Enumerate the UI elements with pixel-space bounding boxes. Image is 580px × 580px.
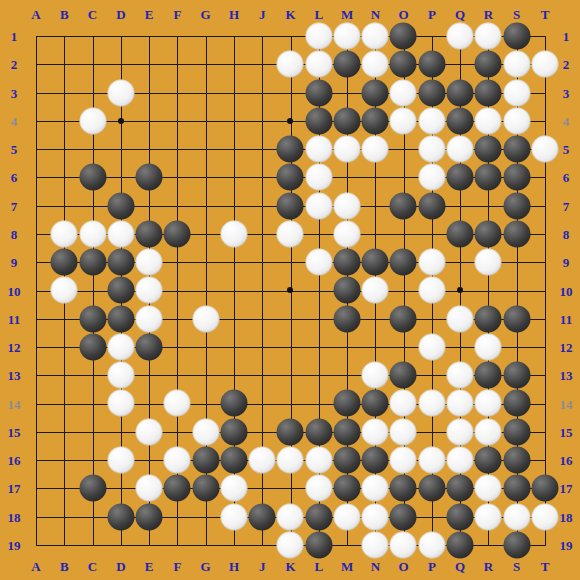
intersection-E19[interactable] — [135, 531, 163, 559]
intersection-F11[interactable] — [163, 305, 191, 333]
intersection-E14[interactable] — [135, 389, 163, 417]
white-stone[interactable]: ○ — [362, 51, 389, 78]
black-stone[interactable]: ● — [503, 531, 530, 558]
intersection-J17[interactable] — [248, 474, 276, 502]
intersection-R14[interactable]: ○ — [474, 389, 502, 417]
intersection-N8[interactable] — [361, 220, 389, 248]
white-stone[interactable]: ○ — [390, 107, 417, 134]
intersection-N12[interactable] — [361, 333, 389, 361]
intersection-T9[interactable] — [531, 248, 559, 276]
white-stone[interactable]: ○ — [362, 475, 389, 502]
intersection-Q12[interactable] — [446, 333, 474, 361]
black-stone[interactable]: ● — [390, 305, 417, 332]
intersection-O14[interactable]: ○ — [389, 389, 417, 417]
intersection-M10[interactable]: ● — [333, 276, 361, 304]
intersection-B15[interactable] — [50, 418, 78, 446]
intersection-G13[interactable] — [191, 361, 219, 389]
intersection-O19[interactable]: ○ — [389, 531, 417, 559]
intersection-O7[interactable]: ● — [389, 191, 417, 219]
intersection-Q16[interactable]: ○ — [446, 446, 474, 474]
intersection-C16[interactable] — [78, 446, 106, 474]
intersection-F15[interactable] — [163, 418, 191, 446]
black-stone[interactable]: ● — [164, 475, 191, 502]
intersection-H12[interactable] — [220, 333, 248, 361]
white-stone[interactable]: ○ — [446, 390, 473, 417]
black-stone[interactable]: ● — [390, 475, 417, 502]
white-stone[interactable]: ○ — [362, 362, 389, 389]
black-stone[interactable]: ● — [503, 390, 530, 417]
intersection-D12[interactable]: ○ — [107, 333, 135, 361]
intersection-H10[interactable] — [220, 276, 248, 304]
white-stone[interactable]: ○ — [418, 531, 445, 558]
intersection-F9[interactable] — [163, 248, 191, 276]
intersection-S3[interactable]: ○ — [502, 78, 530, 106]
intersection-P8[interactable] — [418, 220, 446, 248]
intersection-R10[interactable] — [474, 276, 502, 304]
intersection-P11[interactable] — [418, 305, 446, 333]
intersection-J18[interactable]: ● — [248, 502, 276, 530]
black-stone[interactable]: ● — [79, 475, 106, 502]
intersection-Q9[interactable] — [446, 248, 474, 276]
intersection-H14[interactable]: ● — [220, 389, 248, 417]
intersection-R8[interactable]: ● — [474, 220, 502, 248]
intersection-R13[interactable]: ● — [474, 361, 502, 389]
intersection-B12[interactable] — [50, 333, 78, 361]
intersection-P2[interactable]: ● — [418, 50, 446, 78]
intersection-E11[interactable]: ○ — [135, 305, 163, 333]
intersection-P1[interactable] — [418, 22, 446, 50]
intersection-T15[interactable] — [531, 418, 559, 446]
intersection-L8[interactable] — [305, 220, 333, 248]
intersection-H7[interactable] — [220, 191, 248, 219]
black-stone[interactable]: ● — [446, 220, 473, 247]
intersection-P3[interactable]: ● — [418, 78, 446, 106]
intersection-P7[interactable]: ● — [418, 191, 446, 219]
black-stone[interactable]: ● — [107, 277, 134, 304]
white-stone[interactable]: ○ — [277, 220, 304, 247]
white-stone[interactable]: ○ — [531, 503, 558, 530]
white-stone[interactable]: ○ — [277, 503, 304, 530]
intersection-S19[interactable]: ● — [502, 531, 530, 559]
intersection-T13[interactable] — [531, 361, 559, 389]
intersection-P9[interactable]: ○ — [418, 248, 446, 276]
black-stone[interactable]: ● — [503, 164, 530, 191]
intersection-P15[interactable] — [418, 418, 446, 446]
white-stone[interactable]: ○ — [362, 277, 389, 304]
white-stone[interactable]: ○ — [51, 277, 78, 304]
intersection-K19[interactable]: ○ — [276, 531, 304, 559]
intersection-C9[interactable]: ● — [78, 248, 106, 276]
intersection-N1[interactable]: ○ — [361, 22, 389, 50]
black-stone[interactable]: ● — [220, 390, 247, 417]
intersection-B5[interactable] — [50, 135, 78, 163]
black-stone[interactable]: ● — [475, 164, 502, 191]
intersection-N10[interactable]: ○ — [361, 276, 389, 304]
intersection-K1[interactable] — [276, 22, 304, 50]
white-stone[interactable]: ○ — [220, 220, 247, 247]
intersection-N9[interactable]: ● — [361, 248, 389, 276]
black-stone[interactable]: ● — [107, 503, 134, 530]
intersection-L16[interactable]: ○ — [305, 446, 333, 474]
black-stone[interactable]: ● — [277, 192, 304, 219]
intersection-L2[interactable]: ○ — [305, 50, 333, 78]
intersection-A3[interactable] — [22, 78, 50, 106]
black-stone[interactable]: ● — [446, 164, 473, 191]
intersection-D17[interactable] — [107, 474, 135, 502]
intersection-T4[interactable] — [531, 107, 559, 135]
intersection-N15[interactable]: ○ — [361, 418, 389, 446]
intersection-D19[interactable] — [107, 531, 135, 559]
intersection-K5[interactable]: ● — [276, 135, 304, 163]
white-stone[interactable]: ○ — [475, 390, 502, 417]
white-stone[interactable]: ○ — [305, 164, 332, 191]
intersection-O18[interactable]: ● — [389, 502, 417, 530]
intersection-L12[interactable] — [305, 333, 333, 361]
intersection-F3[interactable] — [163, 78, 191, 106]
intersection-S1[interactable]: ● — [502, 22, 530, 50]
white-stone[interactable]: ○ — [390, 79, 417, 106]
intersection-E2[interactable] — [135, 50, 163, 78]
black-stone[interactable]: ● — [333, 107, 360, 134]
intersection-F16[interactable]: ○ — [163, 446, 191, 474]
black-stone[interactable]: ● — [79, 305, 106, 332]
intersection-R19[interactable] — [474, 531, 502, 559]
white-stone[interactable]: ○ — [136, 277, 163, 304]
white-stone[interactable]: ○ — [446, 22, 473, 49]
intersection-M1[interactable]: ○ — [333, 22, 361, 50]
intersection-A12[interactable] — [22, 333, 50, 361]
intersection-B8[interactable]: ○ — [50, 220, 78, 248]
intersection-K3[interactable] — [276, 78, 304, 106]
white-stone[interactable]: ○ — [418, 136, 445, 163]
intersection-A11[interactable] — [22, 305, 50, 333]
black-stone[interactable]: ● — [107, 305, 134, 332]
intersection-D3[interactable]: ○ — [107, 78, 135, 106]
intersection-G2[interactable] — [191, 50, 219, 78]
intersection-P12[interactable]: ○ — [418, 333, 446, 361]
intersection-S12[interactable] — [502, 333, 530, 361]
black-stone[interactable]: ● — [418, 51, 445, 78]
intersection-S10[interactable] — [502, 276, 530, 304]
intersection-R7[interactable] — [474, 191, 502, 219]
black-stone[interactable]: ● — [107, 192, 134, 219]
intersection-J15[interactable] — [248, 418, 276, 446]
intersection-F19[interactable] — [163, 531, 191, 559]
intersection-H3[interactable] — [220, 78, 248, 106]
intersection-G1[interactable] — [191, 22, 219, 50]
intersection-M3[interactable] — [333, 78, 361, 106]
intersection-R18[interactable]: ○ — [474, 502, 502, 530]
intersection-D15[interactable] — [107, 418, 135, 446]
white-stone[interactable]: ○ — [107, 446, 134, 473]
intersection-P17[interactable]: ● — [418, 474, 446, 502]
white-stone[interactable]: ○ — [107, 390, 134, 417]
intersection-H17[interactable]: ○ — [220, 474, 248, 502]
intersection-J8[interactable] — [248, 220, 276, 248]
black-stone[interactable]: ● — [390, 192, 417, 219]
white-stone[interactable]: ○ — [107, 333, 134, 360]
intersection-L17[interactable]: ○ — [305, 474, 333, 502]
intersection-G12[interactable] — [191, 333, 219, 361]
black-stone[interactable]: ● — [79, 164, 106, 191]
intersection-J2[interactable] — [248, 50, 276, 78]
black-stone[interactable]: ● — [136, 220, 163, 247]
white-stone[interactable]: ○ — [418, 164, 445, 191]
intersection-J19[interactable] — [248, 531, 276, 559]
intersection-H9[interactable] — [220, 248, 248, 276]
intersection-Q18[interactable]: ● — [446, 502, 474, 530]
intersection-K18[interactable]: ○ — [276, 502, 304, 530]
intersection-K16[interactable]: ○ — [276, 446, 304, 474]
intersection-N14[interactable]: ● — [361, 389, 389, 417]
black-stone[interactable]: ● — [136, 333, 163, 360]
black-stone[interactable]: ● — [305, 418, 332, 445]
intersection-O1[interactable]: ● — [389, 22, 417, 50]
intersection-L14[interactable] — [305, 389, 333, 417]
intersection-S7[interactable]: ● — [502, 191, 530, 219]
intersection-N5[interactable]: ○ — [361, 135, 389, 163]
black-stone[interactable]: ● — [446, 475, 473, 502]
white-stone[interactable]: ○ — [475, 503, 502, 530]
intersection-O11[interactable]: ● — [389, 305, 417, 333]
intersection-R15[interactable]: ○ — [474, 418, 502, 446]
intersection-M16[interactable]: ● — [333, 446, 361, 474]
intersection-L5[interactable]: ○ — [305, 135, 333, 163]
intersection-E6[interactable]: ● — [135, 163, 163, 191]
black-stone[interactable]: ● — [418, 79, 445, 106]
intersection-S18[interactable]: ○ — [502, 502, 530, 530]
white-stone[interactable]: ○ — [136, 249, 163, 276]
intersection-T8[interactable] — [531, 220, 559, 248]
intersection-B3[interactable] — [50, 78, 78, 106]
intersection-K15[interactable]: ● — [276, 418, 304, 446]
white-stone[interactable]: ○ — [79, 107, 106, 134]
intersection-Q15[interactable]: ○ — [446, 418, 474, 446]
white-stone[interactable]: ○ — [362, 418, 389, 445]
intersection-P5[interactable]: ○ — [418, 135, 446, 163]
intersection-E4[interactable] — [135, 107, 163, 135]
intersection-D10[interactable]: ● — [107, 276, 135, 304]
black-stone[interactable]: ● — [475, 51, 502, 78]
black-stone[interactable]: ● — [220, 418, 247, 445]
intersection-L11[interactable] — [305, 305, 333, 333]
black-stone[interactable]: ● — [107, 249, 134, 276]
white-stone[interactable]: ○ — [475, 249, 502, 276]
intersection-G3[interactable] — [191, 78, 219, 106]
intersection-D1[interactable] — [107, 22, 135, 50]
black-stone[interactable]: ● — [136, 503, 163, 530]
intersection-G19[interactable] — [191, 531, 219, 559]
intersection-A2[interactable] — [22, 50, 50, 78]
intersection-G8[interactable] — [191, 220, 219, 248]
intersection-L10[interactable] — [305, 276, 333, 304]
intersection-H4[interactable] — [220, 107, 248, 135]
intersection-C14[interactable] — [78, 389, 106, 417]
intersection-Q2[interactable] — [446, 50, 474, 78]
white-stone[interactable]: ○ — [362, 136, 389, 163]
intersection-P19[interactable]: ○ — [418, 531, 446, 559]
intersection-T3[interactable] — [531, 78, 559, 106]
intersection-E16[interactable] — [135, 446, 163, 474]
intersection-T11[interactable] — [531, 305, 559, 333]
intersection-N13[interactable]: ○ — [361, 361, 389, 389]
black-stone[interactable]: ● — [475, 362, 502, 389]
white-stone[interactable]: ○ — [418, 446, 445, 473]
intersection-F7[interactable] — [163, 191, 191, 219]
intersection-H15[interactable]: ● — [220, 418, 248, 446]
white-stone[interactable]: ○ — [305, 136, 332, 163]
white-stone[interactable]: ○ — [333, 22, 360, 49]
black-stone[interactable]: ● — [446, 531, 473, 558]
intersection-L3[interactable]: ● — [305, 78, 333, 106]
intersection-B16[interactable] — [50, 446, 78, 474]
intersection-R12[interactable]: ○ — [474, 333, 502, 361]
white-stone[interactable]: ○ — [305, 446, 332, 473]
intersection-S17[interactable]: ● — [502, 474, 530, 502]
black-stone[interactable]: ● — [277, 418, 304, 445]
intersection-T1[interactable] — [531, 22, 559, 50]
intersection-J9[interactable] — [248, 248, 276, 276]
intersection-M5[interactable]: ○ — [333, 135, 361, 163]
intersection-P14[interactable]: ○ — [418, 389, 446, 417]
intersection-S13[interactable]: ● — [502, 361, 530, 389]
white-stone[interactable]: ○ — [277, 446, 304, 473]
white-stone[interactable]: ○ — [220, 475, 247, 502]
white-stone[interactable]: ○ — [475, 333, 502, 360]
intersection-B11[interactable] — [50, 305, 78, 333]
intersection-J11[interactable] — [248, 305, 276, 333]
intersection-M4[interactable]: ● — [333, 107, 361, 135]
intersection-C13[interactable] — [78, 361, 106, 389]
black-stone[interactable]: ● — [164, 220, 191, 247]
black-stone[interactable]: ● — [277, 164, 304, 191]
intersection-C3[interactable] — [78, 78, 106, 106]
intersection-S15[interactable]: ● — [502, 418, 530, 446]
intersection-J3[interactable] — [248, 78, 276, 106]
black-stone[interactable]: ● — [362, 390, 389, 417]
intersection-G6[interactable] — [191, 163, 219, 191]
white-stone[interactable]: ○ — [390, 418, 417, 445]
intersection-G18[interactable] — [191, 502, 219, 530]
white-stone[interactable]: ○ — [446, 305, 473, 332]
intersection-H13[interactable] — [220, 361, 248, 389]
white-stone[interactable]: ○ — [475, 418, 502, 445]
intersection-O4[interactable]: ○ — [389, 107, 417, 135]
intersection-F6[interactable] — [163, 163, 191, 191]
intersection-S2[interactable]: ○ — [502, 50, 530, 78]
black-stone[interactable]: ● — [446, 79, 473, 106]
intersection-D6[interactable] — [107, 163, 135, 191]
intersection-E13[interactable] — [135, 361, 163, 389]
intersection-A16[interactable] — [22, 446, 50, 474]
black-stone[interactable]: ● — [390, 503, 417, 530]
white-stone[interactable]: ○ — [418, 277, 445, 304]
intersection-A1[interactable] — [22, 22, 50, 50]
intersection-A18[interactable] — [22, 502, 50, 530]
black-stone[interactable]: ● — [305, 503, 332, 530]
intersection-R16[interactable]: ● — [474, 446, 502, 474]
black-stone[interactable]: ● — [390, 22, 417, 49]
intersection-P16[interactable]: ○ — [418, 446, 446, 474]
black-stone[interactable]: ● — [333, 305, 360, 332]
white-stone[interactable]: ○ — [305, 22, 332, 49]
intersection-D2[interactable] — [107, 50, 135, 78]
intersection-L18[interactable]: ● — [305, 502, 333, 530]
intersection-A17[interactable] — [22, 474, 50, 502]
black-stone[interactable]: ● — [503, 136, 530, 163]
intersection-E18[interactable]: ● — [135, 502, 163, 530]
white-stone[interactable]: ○ — [333, 136, 360, 163]
intersection-J5[interactable] — [248, 135, 276, 163]
black-stone[interactable]: ● — [192, 446, 219, 473]
black-stone[interactable]: ● — [305, 531, 332, 558]
intersection-N18[interactable]: ○ — [361, 502, 389, 530]
black-stone[interactable]: ● — [333, 249, 360, 276]
intersection-T17[interactable]: ● — [531, 474, 559, 502]
intersection-L6[interactable]: ○ — [305, 163, 333, 191]
intersection-M13[interactable] — [333, 361, 361, 389]
black-stone[interactable]: ● — [446, 503, 473, 530]
intersection-L1[interactable]: ○ — [305, 22, 333, 50]
intersection-M17[interactable]: ● — [333, 474, 361, 502]
intersection-C5[interactable] — [78, 135, 106, 163]
intersection-F1[interactable] — [163, 22, 191, 50]
intersection-C6[interactable]: ● — [78, 163, 106, 191]
intersection-K13[interactable] — [276, 361, 304, 389]
white-stone[interactable]: ○ — [475, 107, 502, 134]
white-stone[interactable]: ○ — [51, 220, 78, 247]
black-stone[interactable]: ● — [446, 107, 473, 134]
intersection-C17[interactable]: ● — [78, 474, 106, 502]
black-stone[interactable]: ● — [503, 305, 530, 332]
black-stone[interactable]: ● — [333, 446, 360, 473]
white-stone[interactable]: ○ — [220, 503, 247, 530]
white-stone[interactable]: ○ — [305, 192, 332, 219]
white-stone[interactable]: ○ — [531, 51, 558, 78]
white-stone[interactable]: ○ — [362, 531, 389, 558]
intersection-Q10[interactable] — [446, 276, 474, 304]
black-stone[interactable]: ● — [249, 503, 276, 530]
white-stone[interactable]: ○ — [333, 192, 360, 219]
black-stone[interactable]: ● — [475, 79, 502, 106]
intersection-E9[interactable]: ○ — [135, 248, 163, 276]
intersection-A14[interactable] — [22, 389, 50, 417]
intersection-O10[interactable] — [389, 276, 417, 304]
intersection-B1[interactable] — [50, 22, 78, 50]
intersection-S14[interactable]: ● — [502, 389, 530, 417]
intersection-F8[interactable]: ● — [163, 220, 191, 248]
intersection-K7[interactable]: ● — [276, 191, 304, 219]
black-stone[interactable]: ● — [418, 192, 445, 219]
intersection-S9[interactable] — [502, 248, 530, 276]
intersection-G17[interactable]: ● — [191, 474, 219, 502]
intersection-J7[interactable] — [248, 191, 276, 219]
intersection-O2[interactable]: ● — [389, 50, 417, 78]
black-stone[interactable]: ● — [79, 333, 106, 360]
intersection-N17[interactable]: ○ — [361, 474, 389, 502]
intersection-F10[interactable] — [163, 276, 191, 304]
intersection-T16[interactable] — [531, 446, 559, 474]
intersection-M18[interactable]: ○ — [333, 502, 361, 530]
intersection-Q19[interactable]: ● — [446, 531, 474, 559]
intersection-J16[interactable]: ○ — [248, 446, 276, 474]
intersection-L15[interactable]: ● — [305, 418, 333, 446]
intersection-A6[interactable] — [22, 163, 50, 191]
intersection-J10[interactable] — [248, 276, 276, 304]
intersection-F18[interactable] — [163, 502, 191, 530]
intersection-P6[interactable]: ○ — [418, 163, 446, 191]
white-stone[interactable]: ○ — [164, 446, 191, 473]
